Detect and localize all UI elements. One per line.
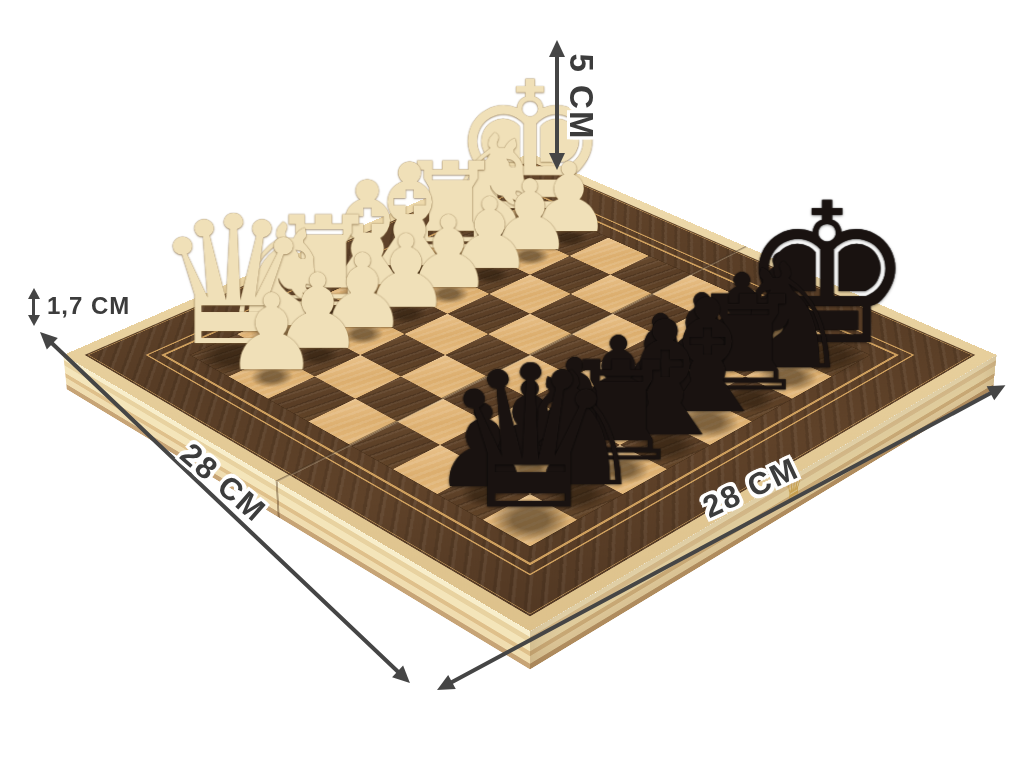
product-photo-scene: ♛ ♛♞♜♝♝♜♞♚♟♟♟♟♟♟♟♟♟♟♟♟♟♟♟♟♛♞♜♝♝♜♞♚ 5 CM … [0, 0, 1024, 768]
chess-board: ♛ ♛♞♜♝♝♜♞♚♟♟♟♟♟♟♟♟♟♟♟♟♟♟♟♟♛♞♜♝♝♜♞♚ [63, 153, 996, 631]
dimension-label-piece-height: 5 CM [562, 54, 600, 141]
arrow-shaft [555, 53, 559, 157]
arrowhead-icon [28, 315, 40, 326]
fold-seam-side [276, 481, 280, 518]
piece-glyph: ♟ [225, 290, 320, 376]
piece-glyph: ♛ [441, 358, 618, 520]
dimension-label-thickness: 1,7 CM [47, 292, 130, 320]
arrowhead-icon [549, 153, 565, 170]
